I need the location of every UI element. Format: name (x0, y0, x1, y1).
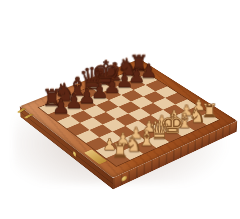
piece-white-b-f1: ♝ (172, 111, 197, 131)
piece-white-b-c1: ♝ (133, 128, 158, 149)
piece-white-p-d2: ♟ (136, 120, 161, 135)
brass-latch-pin (73, 151, 76, 158)
piece-white-p-b2: ♟ (110, 131, 135, 147)
piece-white-q-d1: ♛ (146, 118, 171, 143)
piece-white-k-e1: ♚ (159, 110, 184, 137)
piece-white-r-a1: ♜ (106, 141, 132, 160)
piece-white-p-c2: ♟ (123, 125, 148, 141)
chess-set-product-photo: ♜♞♝♛♚♝♞♜♟♟♟♟♟♟♟♟♟♟♟♟♟♟♟♟♜♞♝♛♚♝♞♜ (0, 0, 240, 219)
piece-white-p-e2: ♟ (149, 114, 174, 129)
piece-white-p-a2: ♟ (96, 137, 121, 153)
piece-white-n-b1: ♞ (120, 134, 145, 154)
brass-corner-pin (122, 175, 127, 182)
